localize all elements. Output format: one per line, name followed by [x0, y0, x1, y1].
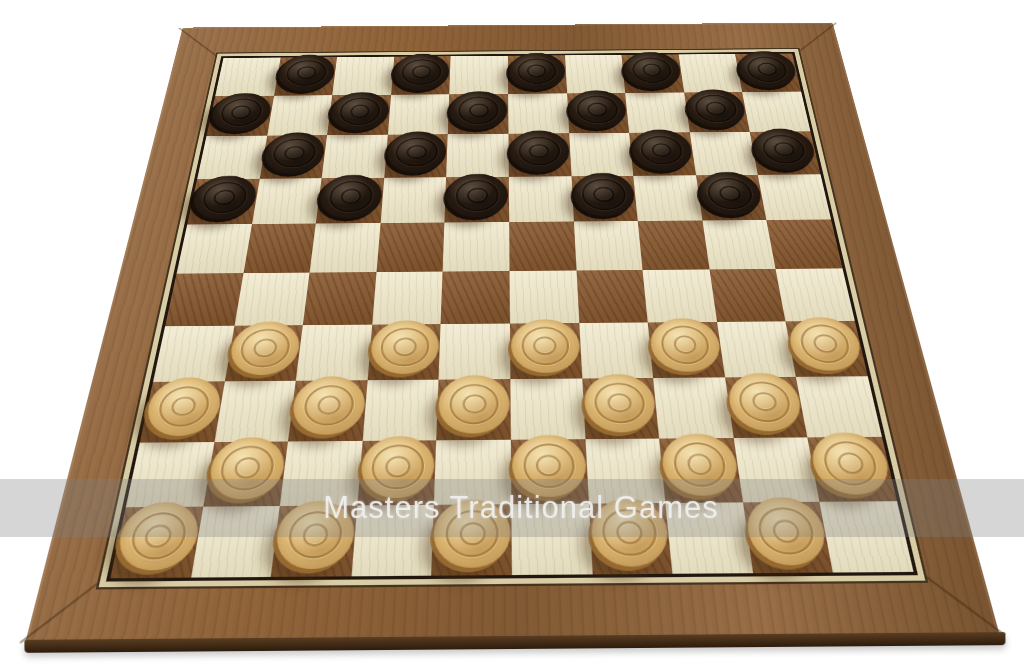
square-r9c5[interactable]: [434, 440, 511, 506]
dark-man-r1c4[interactable]: [392, 54, 450, 91]
light-man-r7c8[interactable]: [648, 318, 722, 372]
square-r1c1[interactable]: [215, 58, 280, 96]
square-r4c8[interactable]: [633, 175, 702, 221]
square-r3c5[interactable]: [446, 134, 508, 177]
square-r10c3[interactable]: [271, 506, 357, 577]
square-r1c3[interactable]: [332, 57, 394, 95]
dark-man-r4c5[interactable]: [446, 173, 508, 217]
square-r3c10[interactable]: [750, 131, 820, 174]
light-man-r10c9[interactable]: [743, 497, 830, 565]
dark-man-r4c7[interactable]: [572, 172, 637, 216]
dark-man-r4c1[interactable]: [189, 175, 259, 220]
square-r10c6[interactable]: [511, 504, 592, 575]
square-r6c7[interactable]: [576, 270, 648, 323]
square-r7c1[interactable]: [153, 325, 234, 382]
square-r2c2[interactable]: [267, 95, 333, 136]
dark-man-r3c8[interactable]: [630, 129, 694, 171]
light-man-r8c7[interactable]: [583, 374, 658, 433]
square-r3c6[interactable]: [508, 133, 571, 176]
light-man-r9c2[interactable]: [205, 437, 288, 500]
frame-miter-joint: [179, 28, 224, 61]
square-r6c5[interactable]: [441, 271, 510, 324]
square-r3c2[interactable]: [259, 135, 327, 178]
board-scene: [0, 0, 1024, 672]
square-r5c7[interactable]: [574, 221, 643, 270]
dark-man-r2c7[interactable]: [567, 90, 627, 129]
light-man-r7c4[interactable]: [369, 320, 440, 375]
square-r6c8[interactable]: [643, 269, 717, 322]
light-man-r8c5[interactable]: [438, 375, 510, 434]
square-r4c1[interactable]: [187, 179, 259, 225]
square-r8c5[interactable]: [437, 379, 511, 440]
square-r2c7[interactable]: [567, 93, 630, 134]
square-r3c7[interactable]: [569, 133, 634, 176]
dark-man-r3c4[interactable]: [385, 131, 447, 173]
square-r5c5[interactable]: [443, 222, 510, 271]
square-r10c8[interactable]: [666, 503, 753, 574]
square-r6c9[interactable]: [709, 269, 785, 322]
square-r8c10[interactable]: [796, 376, 882, 437]
square-r5c2[interactable]: [243, 224, 316, 273]
light-man-r10c5[interactable]: [433, 500, 511, 568]
square-r6c10[interactable]: [776, 268, 855, 321]
square-r5c8[interactable]: [638, 221, 709, 270]
frame-miter-joint: [792, 23, 836, 57]
square-r9c6[interactable]: [511, 439, 589, 505]
dark-man-r1c8[interactable]: [622, 52, 682, 89]
square-r9c10[interactable]: [808, 437, 897, 503]
square-r8c7[interactable]: [582, 378, 659, 439]
square-r2c4[interactable]: [388, 94, 450, 135]
square-r1c6[interactable]: [508, 55, 567, 93]
light-man-r8c3[interactable]: [290, 376, 367, 435]
square-r5c9[interactable]: [702, 220, 776, 269]
square-r6c3[interactable]: [303, 272, 376, 325]
square-r6c2[interactable]: [234, 273, 310, 326]
square-r10c4[interactable]: [351, 505, 434, 576]
square-r1c4[interactable]: [391, 56, 451, 94]
square-r8c2[interactable]: [214, 381, 296, 442]
square-r4c6[interactable]: [509, 176, 574, 222]
square-r10c2[interactable]: [191, 506, 280, 577]
square-r7c2[interactable]: [224, 325, 303, 382]
dark-man-r3c2[interactable]: [261, 132, 327, 174]
square-r7c9[interactable]: [717, 321, 797, 378]
square-r2c3[interactable]: [327, 95, 391, 136]
dark-man-r1c10[interactable]: [736, 51, 800, 88]
square-r7c7[interactable]: [579, 322, 653, 379]
square-r6c6[interactable]: [510, 270, 579, 323]
square-r9c1[interactable]: [126, 442, 214, 508]
square-r7c8[interactable]: [648, 322, 725, 379]
square-r9c9[interactable]: [733, 437, 819, 503]
square-r5c3[interactable]: [310, 223, 381, 272]
square-r3c1[interactable]: [197, 136, 267, 179]
square-r9c2[interactable]: [203, 441, 288, 507]
square-r1c2[interactable]: [274, 57, 337, 95]
light-man-r7c6[interactable]: [511, 319, 581, 374]
square-r7c3[interactable]: [296, 324, 372, 381]
light-man-r9c4[interactable]: [359, 436, 436, 499]
photo-canvas: Masters Traditional Games: [0, 0, 1024, 672]
square-r2c1[interactable]: [206, 95, 273, 136]
square-r7c5[interactable]: [439, 323, 510, 380]
square-r7c10[interactable]: [786, 321, 868, 377]
square-r2c6[interactable]: [508, 93, 569, 134]
light-man-r9c6[interactable]: [512, 434, 587, 497]
dark-man-r2c9[interactable]: [684, 89, 748, 128]
checkers-board: [25, 22, 1000, 643]
light-man-r10c3[interactable]: [273, 501, 356, 569]
square-r8c3[interactable]: [288, 380, 367, 441]
square-r8c8[interactable]: [653, 378, 733, 439]
light-man-r8c9[interactable]: [725, 373, 805, 432]
light-man-r8c1[interactable]: [142, 377, 224, 436]
square-r8c1[interactable]: [140, 381, 225, 442]
frame-miter-joint: [19, 572, 111, 643]
square-r9c3[interactable]: [280, 441, 363, 507]
square-r1c7[interactable]: [565, 55, 626, 93]
square-r2c5[interactable]: [448, 94, 508, 135]
frame-miter-joint: [912, 566, 1005, 636]
light-man-r9c8[interactable]: [660, 433, 741, 496]
square-r2c8[interactable]: [625, 92, 689, 133]
dark-man-r2c1[interactable]: [208, 93, 273, 132]
light-man-r7c2[interactable]: [227, 321, 303, 376]
light-man-r10c7[interactable]: [589, 499, 670, 567]
square-r4c3[interactable]: [316, 178, 384, 224]
playing-area: [106, 52, 918, 582]
square-r5c1[interactable]: [177, 224, 252, 273]
dark-man-r2c3[interactable]: [329, 92, 391, 131]
square-r4c5[interactable]: [445, 177, 509, 223]
square-r9c7[interactable]: [585, 438, 666, 504]
square-r3c3[interactable]: [322, 135, 388, 178]
square-r8c4[interactable]: [362, 380, 438, 441]
dark-man-r2c5[interactable]: [449, 91, 507, 130]
square-r5c4[interactable]: [376, 223, 444, 272]
light-man-r10c1[interactable]: [113, 502, 202, 571]
light-man-r7c10[interactable]: [786, 317, 865, 371]
square-r1c9[interactable]: [678, 54, 742, 92]
square-r1c5[interactable]: [450, 56, 509, 94]
dark-man-r1c6[interactable]: [509, 53, 566, 90]
square-r6c4[interactable]: [372, 272, 443, 325]
square-r10c1[interactable]: [110, 507, 202, 578]
square-r9c8[interactable]: [659, 438, 743, 504]
square-r9c4[interactable]: [357, 440, 437, 506]
square-r10c10[interactable]: [820, 502, 914, 573]
square-r4c2[interactable]: [252, 178, 322, 224]
square-r10c7[interactable]: [589, 503, 673, 574]
square-r3c8[interactable]: [629, 132, 696, 175]
square-r4c10[interactable]: [758, 174, 831, 220]
square-r4c9[interactable]: [696, 175, 767, 221]
square-r6c1[interactable]: [165, 273, 243, 326]
square-r10c9[interactable]: [743, 502, 833, 573]
square-r7c4[interactable]: [367, 324, 441, 381]
dark-man-r4c3[interactable]: [318, 174, 384, 219]
square-r5c6[interactable]: [509, 222, 576, 271]
square-r4c7[interactable]: [571, 176, 638, 222]
light-man-r9c10[interactable]: [808, 432, 894, 495]
dark-man-r3c10[interactable]: [750, 128, 818, 170]
square-r8c9[interactable]: [725, 377, 808, 438]
square-r2c10[interactable]: [742, 91, 810, 132]
square-r2c9[interactable]: [684, 92, 750, 133]
dark-man-r3c6[interactable]: [509, 130, 570, 172]
square-r3c4[interactable]: [384, 134, 448, 177]
square-r7c6[interactable]: [510, 323, 582, 380]
square-r5c10[interactable]: [767, 220, 843, 269]
square-r10c5[interactable]: [432, 505, 512, 576]
dark-man-r4c9[interactable]: [696, 172, 765, 216]
square-r8c6[interactable]: [510, 379, 585, 440]
square-r4c4[interactable]: [380, 177, 446, 223]
square-r1c10[interactable]: [735, 54, 801, 92]
dark-man-r1c2[interactable]: [275, 54, 336, 91]
square-r3c9[interactable]: [690, 132, 758, 175]
square-r1c8[interactable]: [622, 54, 684, 92]
